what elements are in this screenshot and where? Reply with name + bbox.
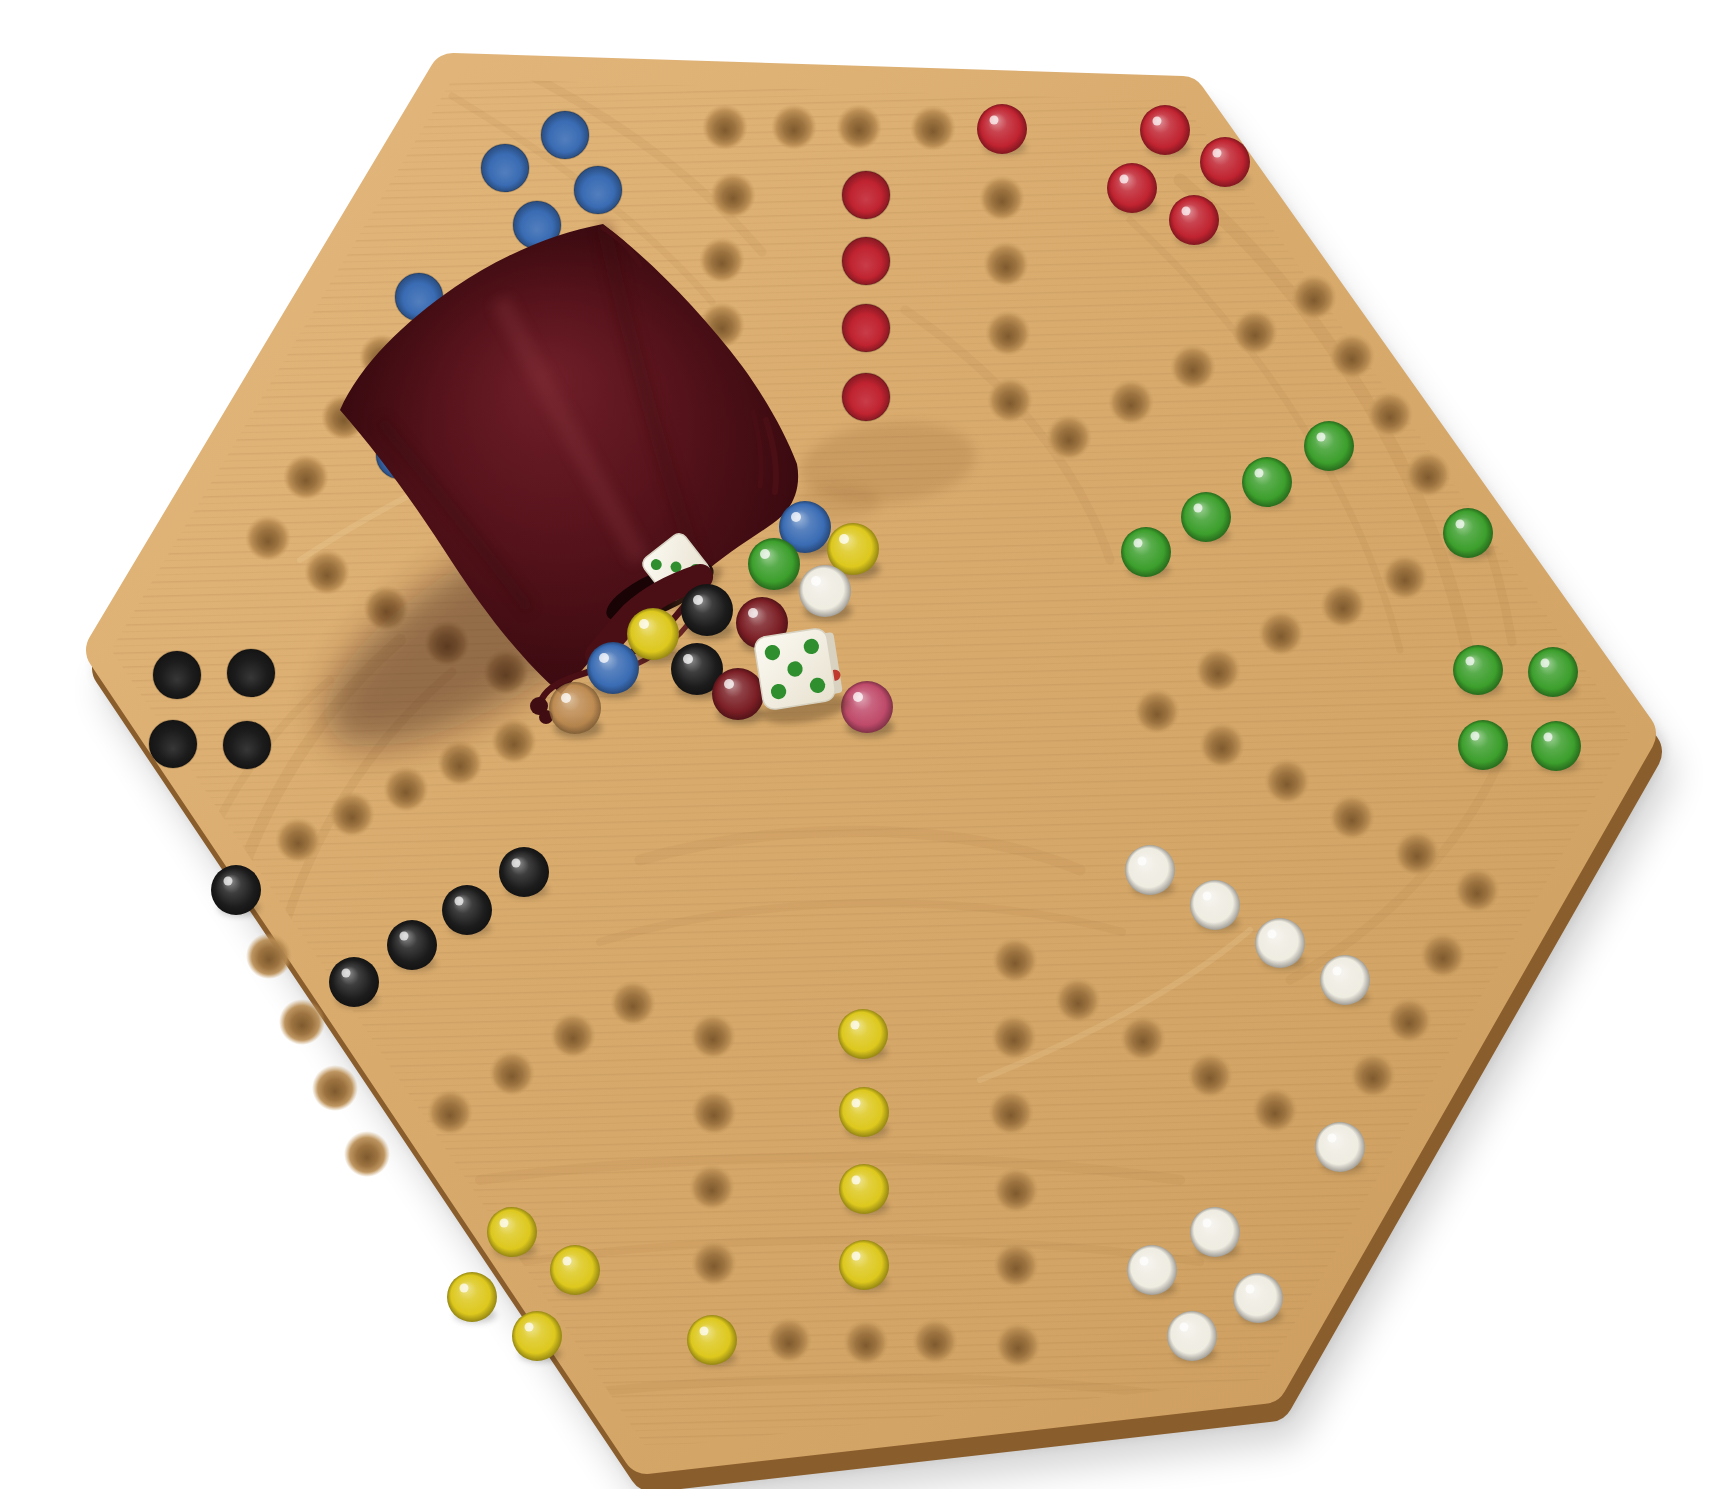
track-hole bbox=[979, 175, 1025, 221]
track-hole bbox=[1252, 1087, 1298, 1133]
black-base-hole bbox=[227, 649, 275, 697]
yellow-home-hole bbox=[839, 1087, 889, 1137]
track-hole bbox=[991, 1014, 1037, 1060]
yellow-base-hole bbox=[487, 1207, 537, 1257]
white-home-hole bbox=[1255, 918, 1305, 968]
loose-marble-maroon[interactable] bbox=[712, 668, 764, 720]
track-hole bbox=[1394, 830, 1440, 876]
green-home-hole bbox=[1242, 457, 1292, 507]
track-hole bbox=[1232, 309, 1278, 355]
red-home-hole bbox=[842, 373, 890, 421]
track-hole bbox=[1195, 647, 1241, 693]
blue-base-hole bbox=[541, 111, 589, 159]
aggravation-board-photo bbox=[0, 0, 1730, 1489]
track-hole bbox=[312, 1065, 358, 1111]
loose-marble-pink[interactable] bbox=[841, 681, 893, 733]
track-hole bbox=[344, 1131, 390, 1177]
white-home-hole bbox=[1125, 845, 1175, 895]
track-hole bbox=[304, 549, 350, 595]
red-base-hole bbox=[1140, 105, 1190, 155]
yellow-base-hole bbox=[447, 1272, 497, 1322]
black-start-hole bbox=[211, 865, 261, 915]
track-hole bbox=[610, 980, 656, 1026]
red-base-hole bbox=[1200, 137, 1250, 187]
track-hole bbox=[1420, 932, 1466, 978]
red-home-hole bbox=[842, 171, 890, 219]
black-home-hole bbox=[387, 920, 437, 970]
red-home-hole bbox=[842, 304, 890, 352]
track-hole bbox=[689, 1164, 735, 1210]
black-base-hole bbox=[153, 651, 201, 699]
track-hole bbox=[691, 1240, 737, 1286]
loose-marble-white[interactable] bbox=[799, 565, 851, 617]
track-hole bbox=[710, 172, 756, 218]
black-home-hole bbox=[499, 847, 549, 897]
track-hole bbox=[1055, 977, 1101, 1023]
track-hole bbox=[992, 937, 1038, 983]
track-hole bbox=[1199, 722, 1245, 768]
white-home-hole bbox=[1190, 880, 1240, 930]
track-hole bbox=[983, 241, 1029, 287]
track-hole bbox=[987, 377, 1033, 423]
track-hole bbox=[1258, 610, 1304, 656]
black-home-hole bbox=[329, 957, 379, 1007]
yellow-start-hole bbox=[687, 1315, 737, 1365]
white-base-hole bbox=[1167, 1311, 1217, 1361]
green-base-hole bbox=[1531, 721, 1581, 771]
green-home-hole bbox=[1304, 421, 1354, 471]
track-hole bbox=[988, 1089, 1034, 1135]
track-hole bbox=[1329, 794, 1375, 840]
white-home-hole bbox=[1320, 955, 1370, 1005]
white-base-hole bbox=[1233, 1273, 1283, 1323]
track-hole bbox=[246, 933, 292, 979]
green-home-hole bbox=[1181, 492, 1231, 542]
track-hole bbox=[383, 766, 429, 812]
track-hole bbox=[245, 515, 291, 561]
track-hole bbox=[1405, 451, 1451, 497]
green-base-hole bbox=[1453, 645, 1503, 695]
track-hole bbox=[771, 104, 817, 150]
track-hole bbox=[1134, 688, 1180, 734]
track-hole bbox=[427, 1089, 473, 1135]
track-hole bbox=[1329, 333, 1375, 379]
loose-marble-green[interactable] bbox=[748, 538, 800, 590]
track-hole bbox=[1382, 554, 1428, 600]
loose-marble-amber[interactable] bbox=[549, 682, 601, 734]
track-hole bbox=[702, 104, 748, 150]
track-hole bbox=[843, 1319, 889, 1365]
yellow-home-hole bbox=[839, 1164, 889, 1214]
green-home-hole bbox=[1121, 527, 1171, 577]
track-hole bbox=[550, 1012, 596, 1058]
red-start-hole bbox=[977, 104, 1027, 154]
yellow-home-hole bbox=[838, 1009, 888, 1059]
green-start-hole bbox=[1443, 508, 1493, 558]
yellow-base-hole bbox=[550, 1245, 600, 1295]
loose-marble-yellow[interactable] bbox=[627, 608, 679, 660]
track-hole bbox=[491, 718, 537, 764]
red-base-hole bbox=[1169, 195, 1219, 245]
black-base-hole bbox=[149, 720, 197, 768]
red-base-hole bbox=[1107, 163, 1157, 213]
track-hole bbox=[699, 237, 745, 283]
loose-marble-blue[interactable] bbox=[587, 642, 639, 694]
track-hole bbox=[1350, 1052, 1396, 1098]
track-hole bbox=[910, 105, 956, 151]
white-start-hole bbox=[1315, 1122, 1365, 1172]
track-hole bbox=[1120, 1015, 1166, 1061]
green-base-hole bbox=[1528, 647, 1578, 697]
track-hole bbox=[912, 1318, 958, 1364]
track-hole bbox=[766, 1317, 812, 1363]
track-hole bbox=[279, 999, 325, 1045]
track-hole bbox=[995, 1322, 1041, 1368]
track-hole bbox=[1046, 414, 1092, 460]
track-hole bbox=[1187, 1052, 1233, 1098]
track-hole bbox=[437, 740, 483, 786]
white-base-hole bbox=[1190, 1207, 1240, 1257]
track-hole bbox=[993, 1242, 1039, 1288]
yellow-home-hole bbox=[839, 1240, 889, 1290]
track-hole bbox=[993, 1167, 1039, 1213]
track-hole bbox=[985, 310, 1031, 356]
track-hole bbox=[691, 1089, 737, 1135]
track-hole bbox=[329, 791, 375, 837]
track-hole bbox=[275, 817, 321, 863]
track-hole bbox=[1367, 391, 1413, 437]
loose-marble-black[interactable] bbox=[681, 584, 733, 636]
track-hole bbox=[489, 1050, 535, 1096]
track-hole bbox=[1170, 344, 1216, 390]
product-photo-scene bbox=[0, 0, 1730, 1489]
black-home-hole bbox=[442, 885, 492, 935]
track-hole bbox=[1454, 867, 1500, 913]
track-hole bbox=[1386, 997, 1432, 1043]
track-hole bbox=[1291, 274, 1337, 320]
track-hole bbox=[1320, 582, 1366, 628]
black-base-hole bbox=[223, 721, 271, 769]
track-hole bbox=[1108, 379, 1154, 425]
track-hole bbox=[1264, 758, 1310, 804]
blue-base-hole bbox=[481, 144, 529, 192]
track-hole bbox=[836, 104, 882, 150]
green-base-hole bbox=[1458, 720, 1508, 770]
blue-base-hole bbox=[574, 166, 622, 214]
red-home-hole bbox=[842, 237, 890, 285]
track-hole bbox=[690, 1013, 736, 1059]
white-base-hole bbox=[1127, 1245, 1177, 1295]
yellow-base-hole bbox=[512, 1311, 562, 1361]
track-hole bbox=[283, 454, 329, 500]
